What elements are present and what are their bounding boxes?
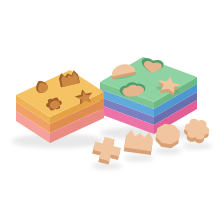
right-board xyxy=(100,57,197,134)
crown-shadow xyxy=(124,155,154,162)
left-board xyxy=(16,70,104,143)
product-photo xyxy=(0,0,220,220)
octagon-shadow xyxy=(154,148,182,155)
toy-scene xyxy=(0,0,220,220)
loose-piece-flower xyxy=(182,117,211,144)
flower-shadow xyxy=(182,143,212,150)
